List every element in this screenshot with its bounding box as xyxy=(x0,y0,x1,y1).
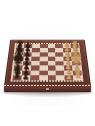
square[interactable]: ♟ xyxy=(65,75,74,80)
brass-clasp xyxy=(46,88,49,91)
square[interactable] xyxy=(48,75,57,80)
board-perspective-wrapper: ♜♟♟♜♞♟♟♞♝♟♟♝♛♟♟♛♚♟♟♚♝♟♟♝♞♟♟♞♜♟♟♜ xyxy=(4,40,91,86)
white-pawn[interactable]: ♟ xyxy=(61,73,78,80)
decorative-inlay-border: ♜♟♟♜♞♟♟♞♝♟♟♝♛♟♟♛♚♟♟♚♝♟♟♝♞♟♟♞♜♟♟♜ xyxy=(11,43,85,82)
board-squares: ♜♟♟♜♞♟♟♞♝♟♟♝♛♟♟♛♚♟♟♚♝♟♟♝♞♟♟♞♜♟♟♜ xyxy=(13,44,83,80)
box-front-edge xyxy=(4,85,91,92)
square[interactable]: ♟ xyxy=(21,75,30,80)
chess-board-frame: ♜♟♟♜♞♟♟♞♝♟♟♝♛♟♟♛♚♟♟♚♝♟♟♝♞♟♟♞♜♟♟♜ xyxy=(4,40,91,86)
square[interactable] xyxy=(48,61,56,66)
square[interactable] xyxy=(39,61,47,66)
chess-set-photo: ♜♟♟♜♞♟♟♞♝♟♟♝♛♟♟♛♚♟♟♚♝♟♟♝♞♟♟♞♜♟♟♜ xyxy=(0,0,95,126)
square[interactable] xyxy=(39,75,48,80)
black-pawn[interactable]: ♟ xyxy=(17,73,34,80)
